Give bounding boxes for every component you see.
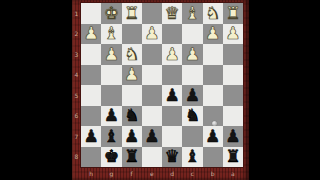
square-c8[interactable]: ♝ bbox=[182, 147, 202, 168]
white-pawn-piece[interactable]: ♟ bbox=[185, 45, 200, 62]
square-d2[interactable] bbox=[162, 24, 182, 45]
file-label-e: e bbox=[142, 167, 162, 180]
square-e6[interactable] bbox=[142, 106, 162, 127]
square-f4[interactable]: ♟ bbox=[122, 65, 142, 86]
rank-labels: 12345678 bbox=[72, 3, 81, 167]
chess-board-frame: 12345678 ♚♜♛♝♞♜♟♝♟♟♟♟♞♟♟♟♟♟♟♞♞♟♝♟♟♟♟♚♜♛♝… bbox=[72, 0, 249, 180]
rank-label-5: 5 bbox=[72, 85, 81, 106]
white-king-piece[interactable]: ♚ bbox=[104, 4, 119, 21]
white-knight-piece[interactable]: ♞ bbox=[205, 4, 220, 21]
square-h5[interactable] bbox=[81, 85, 101, 106]
rank-label-8: 8 bbox=[72, 147, 81, 168]
square-b1[interactable]: ♞ bbox=[203, 3, 223, 24]
square-e8[interactable] bbox=[142, 147, 162, 168]
black-knight-piece[interactable]: ♞ bbox=[124, 107, 139, 124]
square-b3[interactable] bbox=[203, 44, 223, 65]
white-pawn-piece[interactable]: ♟ bbox=[84, 25, 99, 42]
black-rook-piece[interactable]: ♜ bbox=[225, 148, 240, 165]
square-g4[interactable] bbox=[101, 65, 121, 86]
file-label-h: h bbox=[81, 167, 101, 180]
file-label-f: f bbox=[122, 167, 142, 180]
square-g5[interactable] bbox=[101, 85, 121, 106]
square-a1[interactable]: ♜ bbox=[223, 3, 243, 24]
black-pawn-piece[interactable]: ♟ bbox=[225, 127, 240, 144]
square-b8[interactable] bbox=[203, 147, 223, 168]
square-e7[interactable]: ♟ bbox=[142, 126, 162, 147]
black-pawn-piece[interactable]: ♟ bbox=[205, 127, 220, 144]
white-rook-piece[interactable]: ♜ bbox=[225, 4, 240, 21]
square-f7[interactable]: ♟ bbox=[122, 126, 142, 147]
black-queen-piece[interactable]: ♛ bbox=[165, 148, 180, 165]
black-pawn-piece[interactable]: ♟ bbox=[104, 107, 119, 124]
black-pawn-piece[interactable]: ♟ bbox=[185, 86, 200, 103]
rank-label-6: 6 bbox=[72, 106, 81, 127]
square-c6[interactable]: ♞ bbox=[182, 106, 202, 127]
square-e2[interactable]: ♟ bbox=[142, 24, 162, 45]
square-h8[interactable] bbox=[81, 147, 101, 168]
square-f8[interactable]: ♜ bbox=[122, 147, 142, 168]
square-e3[interactable] bbox=[142, 44, 162, 65]
white-pawn-piece[interactable]: ♟ bbox=[165, 45, 180, 62]
square-d5[interactable]: ♟ bbox=[162, 85, 182, 106]
black-king-piece[interactable]: ♚ bbox=[104, 148, 119, 165]
square-d8[interactable]: ♛ bbox=[162, 147, 182, 168]
square-f3[interactable]: ♞ bbox=[122, 44, 142, 65]
square-g2[interactable]: ♝ bbox=[101, 24, 121, 45]
square-h6[interactable] bbox=[81, 106, 101, 127]
white-pawn-piece[interactable]: ♟ bbox=[225, 25, 240, 42]
black-pawn-piece[interactable]: ♟ bbox=[84, 127, 99, 144]
white-pawn-piece[interactable]: ♟ bbox=[104, 45, 119, 62]
square-a8[interactable]: ♜ bbox=[223, 147, 243, 168]
black-rook-piece[interactable]: ♜ bbox=[124, 148, 139, 165]
file-labels: hgfedcba bbox=[81, 167, 243, 180]
rank-label-1: 1 bbox=[72, 3, 81, 24]
black-bishop-piece[interactable]: ♝ bbox=[185, 148, 200, 165]
square-a6[interactable] bbox=[223, 106, 243, 127]
square-a2[interactable]: ♟ bbox=[223, 24, 243, 45]
white-queen-piece[interactable]: ♛ bbox=[165, 4, 180, 21]
square-d1[interactable]: ♛ bbox=[162, 3, 182, 24]
square-f1[interactable]: ♜ bbox=[122, 3, 142, 24]
white-bishop-piece[interactable]: ♝ bbox=[104, 25, 119, 42]
square-c4[interactable] bbox=[182, 65, 202, 86]
square-g7[interactable]: ♝ bbox=[101, 126, 121, 147]
square-c2[interactable] bbox=[182, 24, 202, 45]
square-h3[interactable] bbox=[81, 44, 101, 65]
square-d6[interactable] bbox=[162, 106, 182, 127]
white-rook-piece[interactable]: ♜ bbox=[124, 4, 139, 21]
square-a7[interactable]: ♟ bbox=[223, 126, 243, 147]
square-h2[interactable]: ♟ bbox=[81, 24, 101, 45]
square-g6[interactable]: ♟ bbox=[101, 106, 121, 127]
square-g8[interactable]: ♚ bbox=[101, 147, 121, 168]
square-h1[interactable] bbox=[81, 3, 101, 24]
file-label-a: a bbox=[223, 167, 243, 180]
square-b6[interactable] bbox=[203, 106, 223, 127]
square-f2[interactable] bbox=[122, 24, 142, 45]
black-pawn-piece[interactable]: ♟ bbox=[144, 127, 159, 144]
screenshot-stage: 12345678 ♚♜♛♝♞♜♟♝♟♟♟♟♞♟♟♟♟♟♟♞♞♟♝♟♟♟♟♚♜♛♝… bbox=[0, 0, 320, 180]
white-bishop-piece[interactable]: ♝ bbox=[185, 4, 200, 21]
square-c1[interactable]: ♝ bbox=[182, 3, 202, 24]
rank-label-7: 7 bbox=[72, 126, 81, 147]
square-d3[interactable]: ♟ bbox=[162, 44, 182, 65]
square-g1[interactable]: ♚ bbox=[101, 3, 121, 24]
file-label-g: g bbox=[101, 167, 121, 180]
black-pawn-piece[interactable]: ♟ bbox=[124, 127, 139, 144]
square-f5[interactable] bbox=[122, 85, 142, 106]
square-d4[interactable] bbox=[162, 65, 182, 86]
white-pawn-piece[interactable]: ♟ bbox=[144, 25, 159, 42]
rank-label-4: 4 bbox=[72, 65, 81, 86]
black-bishop-piece[interactable]: ♝ bbox=[104, 127, 119, 144]
square-a3[interactable] bbox=[223, 44, 243, 65]
square-b7[interactable]: ♟ bbox=[203, 126, 223, 147]
square-c5[interactable]: ♟ bbox=[182, 85, 202, 106]
file-label-d: d bbox=[162, 167, 182, 180]
square-c7[interactable] bbox=[182, 126, 202, 147]
square-d7[interactable] bbox=[162, 126, 182, 147]
file-label-c: c bbox=[182, 167, 202, 180]
square-a4[interactable] bbox=[223, 65, 243, 86]
square-f6[interactable]: ♞ bbox=[122, 106, 142, 127]
square-h7[interactable]: ♟ bbox=[81, 126, 101, 147]
chess-board: ♚♜♛♝♞♜♟♝♟♟♟♟♞♟♟♟♟♟♟♞♞♟♝♟♟♟♟♚♜♛♝♜ bbox=[81, 3, 243, 167]
file-label-b: b bbox=[203, 167, 223, 180]
square-b4[interactable] bbox=[203, 65, 223, 86]
square-e5[interactable] bbox=[142, 85, 162, 106]
white-pawn-piece[interactable]: ♟ bbox=[124, 66, 139, 83]
white-pawn-piece[interactable]: ♟ bbox=[205, 25, 220, 42]
square-e4[interactable] bbox=[142, 65, 162, 86]
square-c3[interactable]: ♟ bbox=[182, 44, 202, 65]
rank-label-2: 2 bbox=[72, 24, 81, 45]
square-b5[interactable] bbox=[203, 85, 223, 106]
rank-label-3: 3 bbox=[72, 44, 81, 65]
square-a5[interactable] bbox=[223, 85, 243, 106]
black-pawn-piece[interactable]: ♟ bbox=[165, 86, 180, 103]
black-knight-piece[interactable]: ♞ bbox=[185, 107, 200, 124]
square-g3[interactable]: ♟ bbox=[101, 44, 121, 65]
square-h4[interactable] bbox=[81, 65, 101, 86]
square-b2[interactable]: ♟ bbox=[203, 24, 223, 45]
square-e1[interactable] bbox=[142, 3, 162, 24]
white-knight-piece[interactable]: ♞ bbox=[124, 45, 139, 62]
